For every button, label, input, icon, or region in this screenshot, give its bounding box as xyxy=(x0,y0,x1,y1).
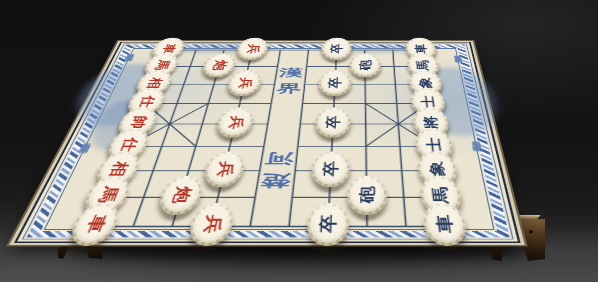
piece-blue-soldier[interactable]: 卒 xyxy=(306,203,350,246)
playing-field[interactable]: 漢界 楚河 車馬相仕帥仕相馬車炮炮兵兵兵兵兵卒卒卒卒卒砲砲車馬象士將士象馬車 xyxy=(94,50,445,226)
piece-blue-soldier[interactable]: 卒 xyxy=(318,70,352,96)
piece-character: 兵 xyxy=(201,151,247,187)
piece-character: 車 xyxy=(422,203,469,246)
piece-red-soldier[interactable]: 兵 xyxy=(225,70,263,96)
piece-character: 卒 xyxy=(318,70,352,96)
piece-blue-soldier[interactable]: 卒 xyxy=(310,151,350,187)
piece-blue-cannon[interactable]: 砲 xyxy=(346,176,387,215)
piece-character: 砲 xyxy=(346,176,387,215)
piece-red-soldier[interactable]: 兵 xyxy=(201,151,247,187)
piece-character: 卒 xyxy=(321,38,352,60)
piece-red-soldier[interactable]: 兵 xyxy=(234,38,269,60)
piece-character: 卒 xyxy=(314,107,350,137)
piece-red-soldier[interactable]: 兵 xyxy=(214,107,256,137)
piece-character: 兵 xyxy=(225,70,263,96)
photo-scene: 河界三分闊智謀萬丈深棋佈陣勢 象棋似布陣點子如點兵相機而行 觀棋不語真君子善弈者… xyxy=(0,0,598,282)
piece-blue-cannon[interactable]: 砲 xyxy=(349,53,381,77)
piece-blue-chariot[interactable]: 車 xyxy=(422,203,469,246)
piece-blue-soldier[interactable]: 卒 xyxy=(314,107,350,137)
pieces-layer: 車馬相仕帥仕相馬車炮炮兵兵兵兵兵卒卒卒卒卒砲砲車馬象士將士象馬車 xyxy=(94,50,445,226)
piece-character: 兵 xyxy=(214,107,256,137)
xiangqi-board[interactable]: 河界三分闊智謀萬丈深棋佈陣勢 象棋似布陣點子如點兵相機而行 觀棋不語真君子善弈者… xyxy=(14,42,521,243)
piece-character: 卒 xyxy=(310,151,350,187)
piece-character: 砲 xyxy=(349,53,381,77)
piece-character: 兵 xyxy=(234,38,269,60)
piece-blue-soldier[interactable]: 卒 xyxy=(321,38,352,60)
piece-character: 卒 xyxy=(306,203,350,246)
